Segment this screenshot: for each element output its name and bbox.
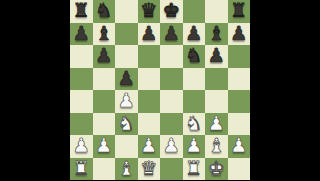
square-c1[interactable]: ♝ [115, 158, 138, 181]
square-h2[interactable]: ♟ [228, 135, 251, 158]
square-c3[interactable]: ♞ [115, 113, 138, 136]
square-h7[interactable]: ♟ [228, 23, 251, 46]
piece-white-queen[interactable]: ♛ [140, 158, 157, 181]
square-a5[interactable] [70, 68, 93, 91]
piece-black-pawn[interactable]: ♟ [230, 23, 247, 46]
piece-white-knight[interactable]: ♞ [118, 113, 135, 136]
square-b4[interactable] [93, 90, 116, 113]
piece-black-pawn[interactable]: ♟ [208, 45, 225, 68]
piece-black-bishop[interactable]: ♝ [95, 23, 112, 46]
square-g8[interactable] [205, 0, 228, 23]
app-background: ♜♞♛♚♜♟♝♟♟♟♝♟♟♞♟♟♟♞♞♟♟♟♟♟♟♝♟♜♝♛♜♚ [0, 0, 320, 180]
piece-black-pawn[interactable]: ♟ [95, 45, 112, 68]
piece-black-pawn[interactable]: ♟ [185, 23, 202, 46]
square-d7[interactable]: ♟ [138, 23, 161, 46]
square-e5[interactable] [160, 68, 183, 91]
piece-black-knight[interactable]: ♞ [95, 0, 112, 23]
square-g7[interactable]: ♝ [205, 23, 228, 46]
square-b7[interactable]: ♝ [93, 23, 116, 46]
square-f4[interactable] [183, 90, 206, 113]
piece-black-pawn[interactable]: ♟ [118, 68, 135, 91]
square-b1[interactable] [93, 158, 116, 181]
piece-white-pawn[interactable]: ♟ [118, 90, 135, 113]
square-g1[interactable]: ♚ [205, 158, 228, 181]
square-d3[interactable] [138, 113, 161, 136]
square-d5[interactable] [138, 68, 161, 91]
square-a1[interactable]: ♜ [70, 158, 93, 181]
square-e8[interactable]: ♚ [160, 0, 183, 23]
square-f6[interactable]: ♞ [183, 45, 206, 68]
piece-black-pawn[interactable]: ♟ [163, 23, 180, 46]
square-a4[interactable] [70, 90, 93, 113]
square-a6[interactable] [70, 45, 93, 68]
square-g4[interactable] [205, 90, 228, 113]
piece-white-king[interactable]: ♚ [208, 158, 225, 181]
piece-white-pawn[interactable]: ♟ [185, 135, 202, 158]
square-g3[interactable]: ♟ [205, 113, 228, 136]
square-c7[interactable] [115, 23, 138, 46]
square-f2[interactable]: ♟ [183, 135, 206, 158]
piece-black-king[interactable]: ♚ [163, 0, 180, 23]
piece-white-pawn[interactable]: ♟ [73, 135, 90, 158]
square-b2[interactable]: ♟ [93, 135, 116, 158]
piece-white-bishop[interactable]: ♝ [208, 135, 225, 158]
piece-black-pawn[interactable]: ♟ [140, 23, 157, 46]
square-a2[interactable]: ♟ [70, 135, 93, 158]
piece-white-rook[interactable]: ♜ [185, 158, 202, 181]
piece-black-rook[interactable]: ♜ [73, 0, 90, 23]
square-h5[interactable] [228, 68, 251, 91]
square-b8[interactable]: ♞ [93, 0, 116, 23]
piece-white-knight[interactable]: ♞ [185, 113, 202, 136]
square-d6[interactable] [138, 45, 161, 68]
square-e3[interactable] [160, 113, 183, 136]
square-f7[interactable]: ♟ [183, 23, 206, 46]
square-f8[interactable] [183, 0, 206, 23]
square-h8[interactable]: ♜ [228, 0, 251, 23]
square-b5[interactable] [93, 68, 116, 91]
square-h3[interactable] [228, 113, 251, 136]
square-c6[interactable] [115, 45, 138, 68]
chess-board: ♜♞♛♚♜♟♝♟♟♟♝♟♟♞♟♟♟♞♞♟♟♟♟♟♟♝♟♜♝♛♜♚ [70, 0, 250, 180]
piece-black-bishop[interactable]: ♝ [208, 23, 225, 46]
piece-white-pawn[interactable]: ♟ [208, 113, 225, 136]
square-e1[interactable] [160, 158, 183, 181]
piece-black-knight[interactable]: ♞ [185, 45, 202, 68]
square-d4[interactable] [138, 90, 161, 113]
square-a8[interactable]: ♜ [70, 0, 93, 23]
square-e4[interactable] [160, 90, 183, 113]
square-b3[interactable] [93, 113, 116, 136]
piece-black-rook[interactable]: ♜ [230, 0, 247, 23]
piece-white-bishop[interactable]: ♝ [118, 158, 135, 181]
square-f3[interactable]: ♞ [183, 113, 206, 136]
square-a3[interactable] [70, 113, 93, 136]
square-a7[interactable]: ♟ [70, 23, 93, 46]
piece-white-pawn[interactable]: ♟ [95, 135, 112, 158]
square-h1[interactable] [228, 158, 251, 181]
square-b6[interactable]: ♟ [93, 45, 116, 68]
piece-white-rook[interactable]: ♜ [73, 158, 90, 181]
square-e7[interactable]: ♟ [160, 23, 183, 46]
square-h6[interactable] [228, 45, 251, 68]
square-c8[interactable] [115, 0, 138, 23]
square-g2[interactable]: ♝ [205, 135, 228, 158]
square-e2[interactable]: ♟ [160, 135, 183, 158]
square-f5[interactable] [183, 68, 206, 91]
square-h4[interactable] [228, 90, 251, 113]
square-d1[interactable]: ♛ [138, 158, 161, 181]
square-c5[interactable]: ♟ [115, 68, 138, 91]
square-e6[interactable] [160, 45, 183, 68]
piece-black-queen[interactable]: ♛ [140, 0, 157, 23]
square-c4[interactable]: ♟ [115, 90, 138, 113]
square-g6[interactable]: ♟ [205, 45, 228, 68]
square-d2[interactable]: ♟ [138, 135, 161, 158]
piece-black-pawn[interactable]: ♟ [73, 23, 90, 46]
square-c2[interactable] [115, 135, 138, 158]
square-g5[interactable] [205, 68, 228, 91]
piece-white-pawn[interactable]: ♟ [140, 135, 157, 158]
piece-white-pawn[interactable]: ♟ [163, 135, 180, 158]
piece-white-pawn[interactable]: ♟ [230, 135, 247, 158]
square-f1[interactable]: ♜ [183, 158, 206, 181]
square-d8[interactable]: ♛ [138, 0, 161, 23]
